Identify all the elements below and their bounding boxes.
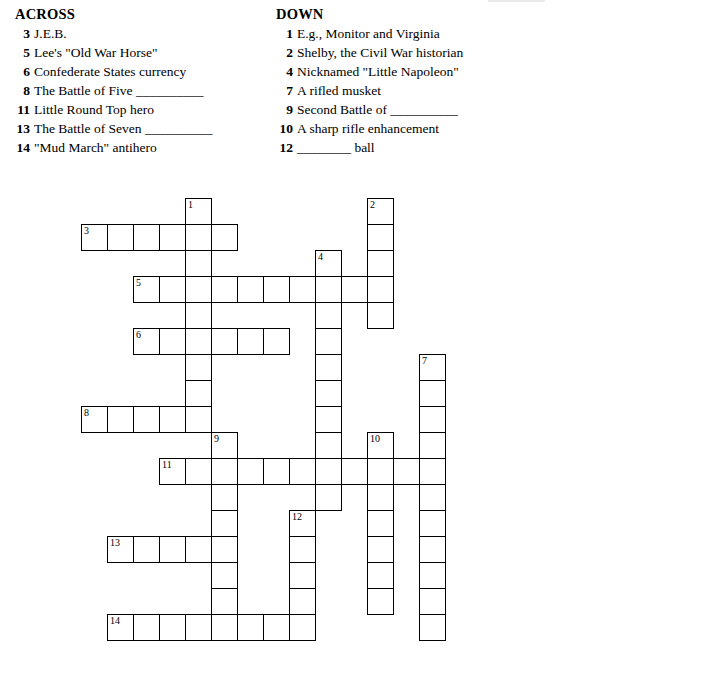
across-clue-8: 8The Battle of Five __________ bbox=[4, 81, 266, 100]
cell-r8c3[interactable] bbox=[159, 406, 186, 433]
clue-text: "Mud March" antihero bbox=[34, 138, 157, 157]
cell-r10c8[interactable] bbox=[289, 458, 316, 485]
cell-r10c13[interactable] bbox=[419, 458, 446, 485]
cell-r6c13[interactable]: 7 bbox=[419, 354, 446, 381]
cell-r12c13[interactable] bbox=[419, 510, 446, 537]
cell-r13c5[interactable] bbox=[211, 536, 238, 563]
cell-r14c5[interactable] bbox=[211, 562, 238, 589]
clue-number: 12 bbox=[270, 138, 293, 157]
cell-number: 5 bbox=[136, 278, 141, 288]
clue-text: Lee's "Old War Horse" bbox=[34, 43, 157, 62]
cell-number: 11 bbox=[162, 460, 172, 470]
cell-r11c9[interactable] bbox=[315, 484, 342, 511]
cell-r10c6[interactable] bbox=[237, 458, 264, 485]
clue-number: 5 bbox=[4, 43, 30, 62]
cell-r12c5[interactable] bbox=[211, 510, 238, 537]
down-clue-9: 9Second Battle of __________ bbox=[270, 100, 580, 119]
cell-r1c4[interactable] bbox=[185, 224, 212, 251]
cell-r14c13[interactable] bbox=[419, 562, 446, 589]
down-clue-2: 2Shelby, the Civil War historian bbox=[270, 43, 580, 62]
cell-r3c11[interactable] bbox=[367, 276, 394, 303]
clue-text: A sharp rifle enhancement bbox=[297, 119, 439, 138]
cell-r9c11[interactable]: 10 bbox=[367, 432, 394, 459]
clue-text: Nicknamed "Little Napoleon" bbox=[297, 62, 459, 81]
cell-r1c3[interactable] bbox=[159, 224, 186, 251]
cell-r16c6[interactable] bbox=[237, 614, 264, 641]
cell-r13c8[interactable] bbox=[289, 536, 316, 563]
cell-r3c8[interactable] bbox=[289, 276, 316, 303]
down-clue-10: 10A sharp rifle enhancement bbox=[270, 119, 580, 138]
cell-r14c8[interactable] bbox=[289, 562, 316, 589]
down-clue-12: 12________ ball bbox=[270, 138, 580, 157]
cell-r1c0[interactable]: 3 bbox=[81, 224, 108, 251]
cell-r12c11[interactable] bbox=[367, 510, 394, 537]
cell-r13c3[interactable] bbox=[159, 536, 186, 563]
cell-r5c4[interactable] bbox=[185, 328, 212, 355]
cell-r13c2[interactable] bbox=[133, 536, 160, 563]
clue-number: 13 bbox=[4, 119, 30, 138]
cell-r3c9[interactable] bbox=[315, 276, 342, 303]
cell-r16c4[interactable] bbox=[185, 614, 212, 641]
cell-number: 12 bbox=[292, 512, 302, 522]
clue-text: The Battle of Five __________ bbox=[34, 81, 203, 100]
clue-number: 3 bbox=[4, 24, 30, 43]
cell-r10c7[interactable] bbox=[263, 458, 290, 485]
cell-r3c10[interactable] bbox=[341, 276, 368, 303]
cell-r16c2[interactable] bbox=[133, 614, 160, 641]
across-clue-13: 13The Battle of Seven __________ bbox=[4, 119, 266, 138]
cell-r5c5[interactable] bbox=[211, 328, 238, 355]
cell-r2c11[interactable] bbox=[367, 250, 394, 277]
down-clue-4: 4Nicknamed "Little Napoleon" bbox=[270, 62, 580, 81]
cell-number: 6 bbox=[136, 330, 141, 340]
cell-r5c7[interactable] bbox=[263, 328, 290, 355]
clue-number: 7 bbox=[270, 81, 293, 100]
cell-r1c11[interactable] bbox=[367, 224, 394, 251]
cell-r4c11[interactable] bbox=[367, 302, 394, 329]
down-clues-section: DOWN 1E.g., Monitor and Virginia2Shelby,… bbox=[270, 5, 580, 157]
cell-r16c7[interactable] bbox=[263, 614, 290, 641]
cell-r7c13[interactable] bbox=[419, 380, 446, 407]
cell-number: 3 bbox=[84, 226, 89, 236]
cell-r8c1[interactable] bbox=[107, 406, 134, 433]
down-header: DOWN bbox=[270, 5, 580, 24]
cell-r8c4[interactable] bbox=[185, 406, 212, 433]
clue-text: ________ ball bbox=[297, 138, 375, 157]
cell-r9c9[interactable] bbox=[315, 432, 342, 459]
cell-r13c11[interactable] bbox=[367, 536, 394, 563]
cell-r10c3[interactable]: 11 bbox=[159, 458, 186, 485]
clue-number: 1 bbox=[270, 24, 293, 43]
cropped-edge-artifact bbox=[488, 0, 545, 2]
cell-number: 1 bbox=[188, 200, 193, 210]
cell-number: 2 bbox=[370, 200, 375, 210]
cell-r5c6[interactable] bbox=[237, 328, 264, 355]
cell-r0c11[interactable]: 2 bbox=[367, 198, 394, 225]
crossword-grid: 1234567891011121314 bbox=[81, 198, 447, 642]
cell-r6c9[interactable] bbox=[315, 354, 342, 381]
clue-text: Little Round Top hero bbox=[34, 100, 154, 119]
cell-r8c0[interactable]: 8 bbox=[81, 406, 108, 433]
cell-r15c13[interactable] bbox=[419, 588, 446, 615]
cell-r8c9[interactable] bbox=[315, 406, 342, 433]
cell-number: 9 bbox=[214, 434, 219, 444]
clue-number: 9 bbox=[270, 100, 293, 119]
clue-number: 14 bbox=[4, 138, 30, 157]
cell-r11c11[interactable] bbox=[367, 484, 394, 511]
clue-number: 6 bbox=[4, 62, 30, 81]
clue-text: J.E.B. bbox=[34, 24, 67, 43]
across-clue-14: 14"Mud March" antihero bbox=[4, 138, 266, 157]
clue-number: 8 bbox=[4, 81, 30, 100]
cell-r3c4[interactable] bbox=[185, 276, 212, 303]
across-clues-section: ACROSS 3J.E.B.5Lee's "Old War Horse"6Con… bbox=[4, 5, 266, 157]
cell-r10c5[interactable] bbox=[211, 458, 238, 485]
cell-r2c4[interactable] bbox=[185, 250, 212, 277]
cell-r5c9[interactable] bbox=[315, 328, 342, 355]
cell-r8c2[interactable] bbox=[133, 406, 160, 433]
cell-r10c12[interactable] bbox=[393, 458, 420, 485]
cell-r10c4[interactable] bbox=[185, 458, 212, 485]
cell-r16c5[interactable] bbox=[211, 614, 238, 641]
cell-r3c7[interactable] bbox=[263, 276, 290, 303]
cell-r3c2[interactable]: 5 bbox=[133, 276, 160, 303]
clue-number: 4 bbox=[270, 62, 293, 81]
cell-r6c4[interactable] bbox=[185, 354, 212, 381]
clue-text: Confederate States currency bbox=[34, 62, 186, 81]
across-header: ACROSS bbox=[4, 5, 266, 24]
cell-r14c11[interactable] bbox=[367, 562, 394, 589]
cell-r1c2[interactable] bbox=[133, 224, 160, 251]
cell-r8c13[interactable] bbox=[419, 406, 446, 433]
cell-r10c11[interactable] bbox=[367, 458, 394, 485]
clue-text: The Battle of Seven __________ bbox=[34, 119, 212, 138]
cell-r5c3[interactable] bbox=[159, 328, 186, 355]
cell-r1c1[interactable] bbox=[107, 224, 134, 251]
cell-r13c4[interactable] bbox=[185, 536, 212, 563]
cell-r7c9[interactable] bbox=[315, 380, 342, 407]
clue-number: 11 bbox=[4, 100, 30, 119]
cell-r12c8[interactable]: 12 bbox=[289, 510, 316, 537]
clue-number: 2 bbox=[270, 43, 293, 62]
down-clue-1: 1E.g., Monitor and Virginia bbox=[270, 24, 580, 43]
cell-r2c9[interactable]: 4 bbox=[315, 250, 342, 277]
cell-number: 14 bbox=[110, 616, 120, 626]
cell-r15c11[interactable] bbox=[367, 588, 394, 615]
cell-r4c9[interactable] bbox=[315, 302, 342, 329]
cell-r7c4[interactable] bbox=[185, 380, 212, 407]
cell-number: 10 bbox=[370, 434, 380, 444]
cell-r4c4[interactable] bbox=[185, 302, 212, 329]
down-clue-list: 1E.g., Monitor and Virginia2Shelby, the … bbox=[270, 24, 580, 157]
cell-r10c10[interactable] bbox=[341, 458, 368, 485]
cell-r3c5[interactable] bbox=[211, 276, 238, 303]
down-clue-7: 7A rifled musket bbox=[270, 81, 580, 100]
cell-r13c1[interactable]: 13 bbox=[107, 536, 134, 563]
across-clue-11: 11Little Round Top hero bbox=[4, 100, 266, 119]
cell-r16c8[interactable] bbox=[289, 614, 316, 641]
clue-number: 10 bbox=[270, 119, 293, 138]
cell-r15c8[interactable] bbox=[289, 588, 316, 615]
cell-r3c6[interactable] bbox=[237, 276, 264, 303]
cell-r15c5[interactable] bbox=[211, 588, 238, 615]
cell-number: 8 bbox=[84, 408, 89, 418]
cell-r5c2[interactable]: 6 bbox=[133, 328, 160, 355]
cell-number: 13 bbox=[110, 538, 120, 548]
cell-r9c13[interactable] bbox=[419, 432, 446, 459]
cell-number: 7 bbox=[422, 356, 427, 366]
cell-r10c9[interactable] bbox=[315, 458, 342, 485]
cell-r0c4[interactable]: 1 bbox=[185, 198, 212, 225]
cell-r3c3[interactable] bbox=[159, 276, 186, 303]
cell-r9c5[interactable]: 9 bbox=[211, 432, 238, 459]
cell-r16c1[interactable]: 14 bbox=[107, 614, 134, 641]
clue-text: Shelby, the Civil War historian bbox=[297, 43, 463, 62]
across-clue-6: 6Confederate States currency bbox=[4, 62, 266, 81]
cell-r11c5[interactable] bbox=[211, 484, 238, 511]
cell-number: 4 bbox=[318, 252, 323, 262]
across-clue-5: 5Lee's "Old War Horse" bbox=[4, 43, 266, 62]
cell-r11c13[interactable] bbox=[419, 484, 446, 511]
clue-text: Second Battle of __________ bbox=[297, 100, 458, 119]
clue-text: A rifled musket bbox=[297, 81, 381, 100]
cell-r16c3[interactable] bbox=[159, 614, 186, 641]
across-clue-list: 3J.E.B.5Lee's "Old War Horse"6Confederat… bbox=[4, 24, 266, 157]
across-clue-3: 3J.E.B. bbox=[4, 24, 266, 43]
cell-r16c13[interactable] bbox=[419, 614, 446, 641]
clue-text: E.g., Monitor and Virginia bbox=[297, 24, 440, 43]
cell-r1c5[interactable] bbox=[211, 224, 238, 251]
cell-r13c13[interactable] bbox=[419, 536, 446, 563]
